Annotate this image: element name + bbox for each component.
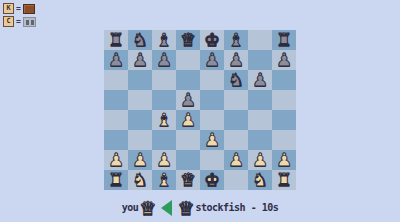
square-e1[interactable]: ♚ (200, 170, 224, 190)
white-pawn-piece[interactable]: ♟ (180, 110, 196, 130)
square-f8[interactable]: ♝ (224, 30, 248, 50)
you-label: you (122, 202, 139, 213)
white-pawn-piece[interactable]: ♟ (132, 150, 148, 170)
white-pawn-piece[interactable]: ♟ (252, 150, 268, 170)
status-bar: you ♛ ♛ stockfish - 10s (0, 193, 400, 222)
square-a4[interactable] (104, 110, 128, 130)
square-h2[interactable]: ♟ (272, 150, 296, 170)
black-pawn-piece[interactable]: ♟ (108, 50, 124, 70)
black-knight-piece[interactable]: ♞ (228, 70, 244, 90)
turn-indicator-arrow (161, 200, 172, 216)
square-g6[interactable]: ♟ (248, 70, 272, 90)
square-e7[interactable]: ♟ (200, 50, 224, 70)
chess-board[interactable]: ♜♞♝♛♚♝♜♟♟♟♟♟♟♞♟♟♝♟♟♟♟♟♟♟♟♜♞♝♛♚♞♜ (104, 30, 296, 190)
square-d5[interactable]: ♟ (176, 90, 200, 110)
white-rook-piece[interactable]: ♜ (108, 170, 124, 190)
square-h5[interactable] (272, 90, 296, 110)
white-pawn-piece[interactable]: ♟ (156, 150, 172, 170)
equals-sign: = (16, 5, 21, 13)
square-d8[interactable]: ♛ (176, 30, 200, 50)
white-pawn-piece[interactable]: ♟ (276, 150, 292, 170)
square-c7[interactable]: ♟ (152, 50, 176, 70)
square-b6[interactable] (128, 70, 152, 90)
black-queen-piece[interactable]: ♛ (180, 30, 196, 50)
black-pawn-piece[interactable]: ♟ (132, 50, 148, 70)
square-a6[interactable] (104, 70, 128, 90)
square-g3[interactable] (248, 130, 272, 150)
square-d2[interactable] (176, 150, 200, 170)
square-e6[interactable] (200, 70, 224, 90)
black-pawn-piece[interactable]: ♟ (180, 90, 196, 110)
square-g1[interactable]: ♞ (248, 170, 272, 190)
square-f7[interactable]: ♟ (224, 50, 248, 70)
square-f3[interactable] (224, 130, 248, 150)
square-g5[interactable] (248, 90, 272, 110)
square-d4[interactable]: ♟ (176, 110, 200, 130)
black-rook-piece[interactable]: ♜ (108, 30, 124, 50)
white-bishop-piece[interactable]: ♝ (156, 110, 172, 130)
white-pawn-piece[interactable]: ♟ (204, 130, 220, 150)
square-g8[interactable] (248, 30, 272, 50)
square-b8[interactable]: ♞ (128, 30, 152, 50)
black-pawn-piece[interactable]: ♟ (204, 50, 220, 70)
square-b4[interactable] (128, 110, 152, 130)
white-king-piece[interactable]: ♚ (204, 170, 220, 190)
black-king-piece[interactable]: ♚ (204, 30, 220, 50)
square-f4[interactable] (224, 110, 248, 130)
key-k-button[interactable]: K (3, 3, 14, 14)
piece-set-swatch-icon (23, 17, 36, 27)
square-f6[interactable]: ♞ (224, 70, 248, 90)
square-e4[interactable] (200, 110, 224, 130)
square-b1[interactable]: ♞ (128, 170, 152, 190)
white-knight-piece[interactable]: ♞ (132, 170, 148, 190)
square-b7[interactable]: ♟ (128, 50, 152, 70)
square-g7[interactable] (248, 50, 272, 70)
key-legend: K = C = (3, 3, 36, 29)
legend-row-board-theme: K = (3, 3, 36, 14)
square-d1[interactable]: ♛ (176, 170, 200, 190)
square-g4[interactable] (248, 110, 272, 130)
square-c2[interactable]: ♟ (152, 150, 176, 170)
square-e5[interactable] (200, 90, 224, 110)
square-c8[interactable]: ♝ (152, 30, 176, 50)
square-f2[interactable]: ♟ (224, 150, 248, 170)
square-c6[interactable] (152, 70, 176, 90)
square-c1[interactable]: ♝ (152, 170, 176, 190)
black-bishop-piece[interactable]: ♝ (228, 30, 244, 50)
square-h3[interactable] (272, 130, 296, 150)
square-h8[interactable]: ♜ (272, 30, 296, 50)
chess-app-screen: K = C = ♜♞♝♛♚♝♜♟♟♟♟♟♟♞♟♟♝♟♟♟♟♟♟♟♟♜♞♝♛♚♞♜… (0, 0, 400, 222)
white-pawn-piece[interactable]: ♟ (108, 150, 124, 170)
square-c4[interactable]: ♝ (152, 110, 176, 130)
square-b5[interactable] (128, 90, 152, 110)
square-c3[interactable] (152, 130, 176, 150)
square-a7[interactable]: ♟ (104, 50, 128, 70)
square-d6[interactable] (176, 70, 200, 90)
black-knight-piece[interactable]: ♞ (132, 30, 148, 50)
square-a1[interactable]: ♜ (104, 170, 128, 190)
white-rook-piece[interactable]: ♜ (276, 170, 292, 190)
black-pawn-piece[interactable]: ♟ (228, 50, 244, 70)
square-a3[interactable] (104, 130, 128, 150)
black-pawn-piece[interactable]: ♟ (276, 50, 292, 70)
equals-sign: = (16, 18, 21, 26)
square-h7[interactable]: ♟ (272, 50, 296, 70)
square-h1[interactable]: ♜ (272, 170, 296, 190)
square-b3[interactable] (128, 130, 152, 150)
black-pawn-piece[interactable]: ♟ (252, 70, 268, 90)
square-d7[interactable] (176, 50, 200, 70)
square-c5[interactable] (152, 90, 176, 110)
square-a8[interactable]: ♜ (104, 30, 128, 50)
board-theme-swatch-icon (23, 4, 35, 14)
white-pawn-piece[interactable]: ♟ (228, 150, 244, 170)
black-queen-icon: ♛ (177, 197, 194, 219)
square-g2[interactable]: ♟ (248, 150, 272, 170)
black-bishop-piece[interactable]: ♝ (156, 30, 172, 50)
square-d3[interactable] (176, 130, 200, 150)
white-knight-piece[interactable]: ♞ (252, 170, 268, 190)
square-h4[interactable] (272, 110, 296, 130)
white-bishop-piece[interactable]: ♝ (156, 170, 172, 190)
white-queen-icon: ♛ (139, 197, 156, 219)
square-f1[interactable] (224, 170, 248, 190)
square-e2[interactable] (200, 150, 224, 170)
square-b2[interactable]: ♟ (128, 150, 152, 170)
square-e8[interactable]: ♚ (200, 30, 224, 50)
square-f5[interactable] (224, 90, 248, 110)
white-queen-piece[interactable]: ♛ (180, 170, 196, 190)
legend-row-piece-set: C = (3, 16, 36, 27)
square-a2[interactable]: ♟ (104, 150, 128, 170)
black-pawn-piece[interactable]: ♟ (156, 50, 172, 70)
engine-label: stockfish - 10s (195, 202, 278, 213)
black-rook-piece[interactable]: ♜ (276, 30, 292, 50)
square-e3[interactable]: ♟ (200, 130, 224, 150)
square-h6[interactable] (272, 70, 296, 90)
square-a5[interactable] (104, 90, 128, 110)
key-c-button[interactable]: C (3, 16, 14, 27)
